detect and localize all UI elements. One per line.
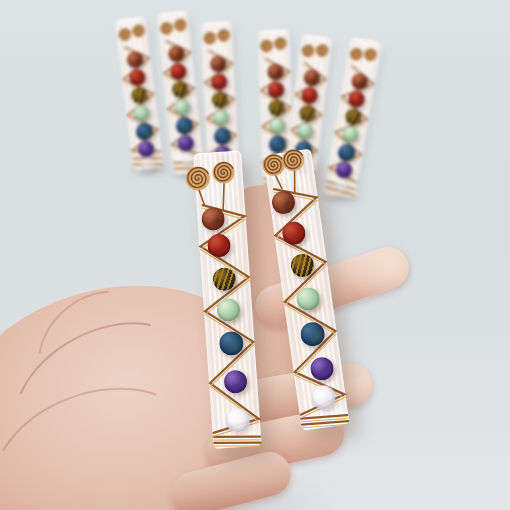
- photo-stage: [0, 0, 510, 510]
- backdrop: [0, 0, 510, 510]
